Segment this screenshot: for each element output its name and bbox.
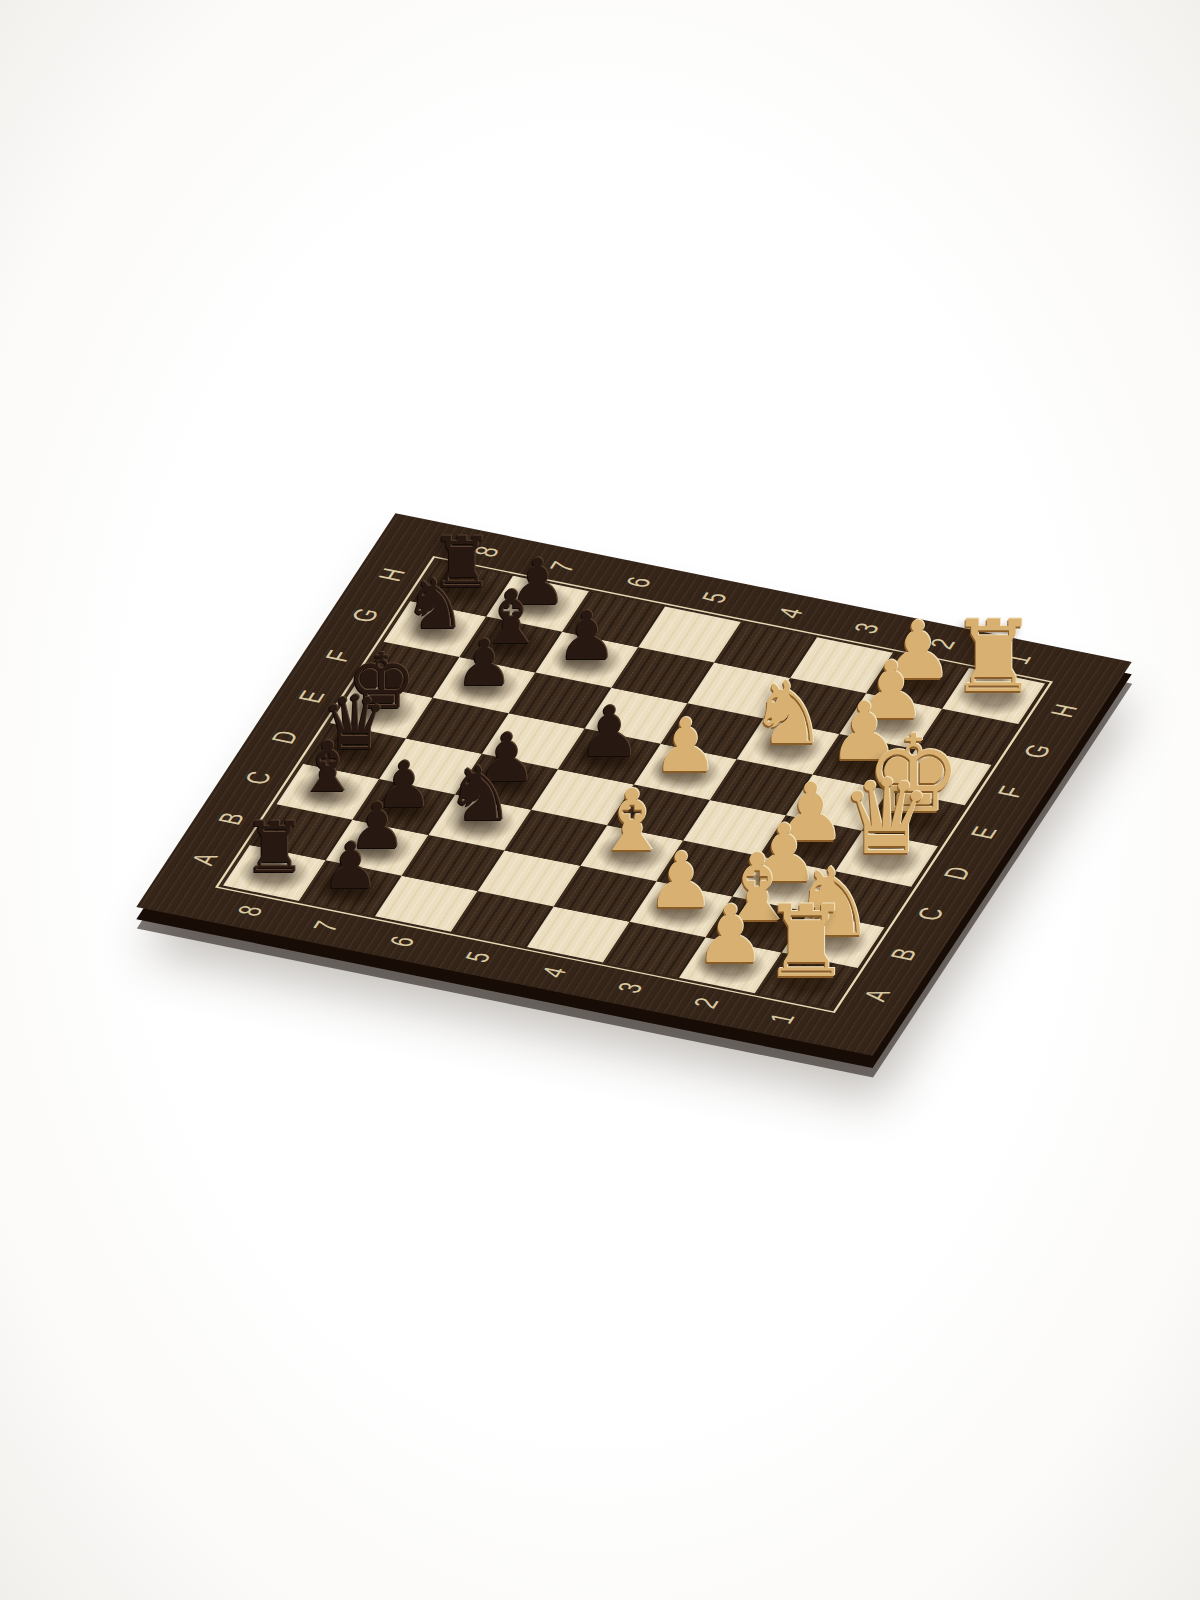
chess-board: ABCDEFGH ABCDEFGH 87654321 87654321 ♜♝♛♚… [136, 513, 1131, 1056]
photo-background: ABCDEFGH ABCDEFGH 87654321 87654321 ♜♝♛♚… [0, 0, 1200, 1600]
piece-white-rook: ♜ [934, 607, 1054, 706]
piece-black-knight: ♞ [420, 756, 540, 832]
piece-black-pawn: ♟ [527, 603, 647, 670]
piece-white-rook: ♜ [746, 892, 866, 991]
piece-black-pawn: ♟ [290, 834, 410, 898]
